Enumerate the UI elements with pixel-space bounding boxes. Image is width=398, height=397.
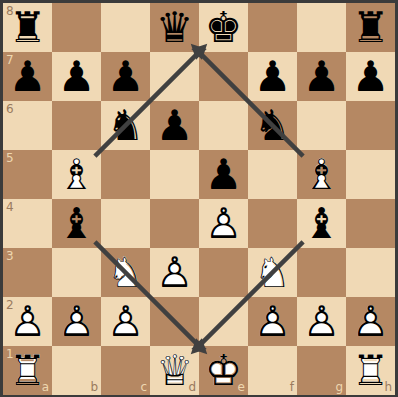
- square-g5[interactable]: ♝♗: [297, 150, 346, 199]
- square-h4[interactable]: [346, 199, 395, 248]
- square-h1[interactable]: ♜♖h: [346, 346, 395, 395]
- piece-white-pawn-a2[interactable]: ♟♙: [3, 297, 52, 346]
- square-a2[interactable]: ♟♙2: [3, 297, 52, 346]
- rank-label-6: 6: [6, 102, 14, 116]
- square-d7[interactable]: [150, 52, 199, 101]
- piece-white-pawn-e4[interactable]: ♟♙: [199, 199, 248, 248]
- square-d5[interactable]: [150, 150, 199, 199]
- piece-black-pawn-f7[interactable]: ♟: [248, 52, 297, 101]
- square-b4[interactable]: ♝: [52, 199, 101, 248]
- square-b5[interactable]: ♝♗: [52, 150, 101, 199]
- square-f6[interactable]: ♞: [248, 101, 297, 150]
- square-c8[interactable]: [101, 3, 150, 52]
- square-e3[interactable]: [199, 248, 248, 297]
- square-h3[interactable]: [346, 248, 395, 297]
- square-b7[interactable]: ♟: [52, 52, 101, 101]
- file-label-g: g: [335, 380, 343, 394]
- square-g8[interactable]: [297, 3, 346, 52]
- square-d2[interactable]: [150, 297, 199, 346]
- piece-black-pawn-c7[interactable]: ♟: [101, 52, 150, 101]
- square-e7[interactable]: [199, 52, 248, 101]
- square-c7[interactable]: ♟: [101, 52, 150, 101]
- square-c4[interactable]: [101, 199, 150, 248]
- piece-white-knight-f3[interactable]: ♞♘: [248, 248, 297, 297]
- piece-black-bishop-b4[interactable]: ♝: [52, 199, 101, 248]
- square-a7[interactable]: ♟7: [3, 52, 52, 101]
- square-f4[interactable]: [248, 199, 297, 248]
- file-label-b: b: [90, 380, 98, 394]
- piece-black-pawn-d6[interactable]: ♟: [150, 101, 199, 150]
- square-b8[interactable]: [52, 3, 101, 52]
- square-d6[interactable]: ♟: [150, 101, 199, 150]
- piece-black-rook-a8[interactable]: ♜: [3, 3, 52, 52]
- square-b1[interactable]: b: [52, 346, 101, 395]
- square-d8[interactable]: ♛: [150, 3, 199, 52]
- piece-white-rook-a1[interactable]: ♜♖: [3, 346, 52, 395]
- square-f1[interactable]: f: [248, 346, 297, 395]
- piece-white-pawn-f2[interactable]: ♟♙: [248, 297, 297, 346]
- square-f8[interactable]: [248, 3, 297, 52]
- piece-white-bishop-g5[interactable]: ♝♗: [297, 150, 346, 199]
- square-a1[interactable]: ♜♖1a: [3, 346, 52, 395]
- piece-white-knight-c3[interactable]: ♞♘: [101, 248, 150, 297]
- piece-white-pawn-c2[interactable]: ♟♙: [101, 297, 150, 346]
- piece-black-rook-h8[interactable]: ♜: [346, 3, 395, 52]
- piece-black-pawn-e5[interactable]: ♟: [199, 150, 248, 199]
- square-h6[interactable]: [346, 101, 395, 150]
- square-a8[interactable]: ♜8: [3, 3, 52, 52]
- square-h8[interactable]: ♜: [346, 3, 395, 52]
- square-e2[interactable]: [199, 297, 248, 346]
- square-c6[interactable]: ♞: [101, 101, 150, 150]
- square-e8[interactable]: ♚: [199, 3, 248, 52]
- square-f7[interactable]: ♟: [248, 52, 297, 101]
- square-g6[interactable]: [297, 101, 346, 150]
- square-g3[interactable]: [297, 248, 346, 297]
- piece-black-pawn-h7[interactable]: ♟: [346, 52, 395, 101]
- piece-white-queen-d1[interactable]: ♛♕: [150, 346, 199, 395]
- square-f5[interactable]: [248, 150, 297, 199]
- square-b3[interactable]: [52, 248, 101, 297]
- square-g7[interactable]: ♟: [297, 52, 346, 101]
- piece-black-pawn-g7[interactable]: ♟: [297, 52, 346, 101]
- square-g4[interactable]: ♝: [297, 199, 346, 248]
- square-e1[interactable]: ♚♔e: [199, 346, 248, 395]
- piece-white-rook-h1[interactable]: ♜♖: [346, 346, 395, 395]
- square-f2[interactable]: ♟♙: [248, 297, 297, 346]
- square-c3[interactable]: ♞♘: [101, 248, 150, 297]
- square-h2[interactable]: ♟♙: [346, 297, 395, 346]
- piece-white-pawn-g2[interactable]: ♟♙: [297, 297, 346, 346]
- square-d4[interactable]: [150, 199, 199, 248]
- piece-black-pawn-b7[interactable]: ♟: [52, 52, 101, 101]
- piece-black-queen-d8[interactable]: ♛: [150, 3, 199, 52]
- rank-label-3: 3: [6, 249, 14, 263]
- file-label-f: f: [290, 380, 294, 394]
- piece-black-pawn-a7[interactable]: ♟: [3, 52, 52, 101]
- file-label-c: c: [140, 380, 147, 394]
- square-d3[interactable]: ♟♙: [150, 248, 199, 297]
- piece-white-pawn-h2[interactable]: ♟♙: [346, 297, 395, 346]
- square-g2[interactable]: ♟♙: [297, 297, 346, 346]
- square-a3[interactable]: 3: [3, 248, 52, 297]
- square-c5[interactable]: [101, 150, 150, 199]
- square-e6[interactable]: [199, 101, 248, 150]
- rank-label-5: 5: [6, 151, 14, 165]
- square-h7[interactable]: ♟: [346, 52, 395, 101]
- square-b6[interactable]: [52, 101, 101, 150]
- piece-black-bishop-g4[interactable]: ♝: [297, 199, 346, 248]
- square-b2[interactable]: ♟♙: [52, 297, 101, 346]
- piece-white-king-e1[interactable]: ♚♔: [199, 346, 248, 395]
- square-g1[interactable]: g: [297, 346, 346, 395]
- square-a5[interactable]: 5: [3, 150, 52, 199]
- piece-black-knight-c6[interactable]: ♞: [101, 101, 150, 150]
- square-f3[interactable]: ♞♘: [248, 248, 297, 297]
- piece-white-pawn-d3[interactable]: ♟♙: [150, 248, 199, 297]
- square-c1[interactable]: c: [101, 346, 150, 395]
- square-e5[interactable]: ♟: [199, 150, 248, 199]
- piece-white-pawn-b2[interactable]: ♟♙: [52, 297, 101, 346]
- square-c2[interactable]: ♟♙: [101, 297, 150, 346]
- piece-black-king-e8[interactable]: ♚: [199, 3, 248, 52]
- square-a6[interactable]: 6: [3, 101, 52, 150]
- square-a4[interactable]: 4: [3, 199, 52, 248]
- piece-black-knight-f6[interactable]: ♞: [248, 101, 297, 150]
- rank-label-4: 4: [6, 200, 14, 214]
- chess-board: ♜8♛♚♜♟7♟♟♟♟♟6♞♟♞5♝♗♟♝♗4♝♟♙♝3♞♘♟♙♞♘♟♙2♟♙♟…: [0, 0, 398, 397]
- piece-white-bishop-b5[interactable]: ♝♗: [52, 150, 101, 199]
- square-d1[interactable]: ♛♕d: [150, 346, 199, 395]
- square-h5[interactable]: [346, 150, 395, 199]
- board-grid: ♜8♛♚♜♟7♟♟♟♟♟6♞♟♞5♝♗♟♝♗4♝♟♙♝3♞♘♟♙♞♘♟♙2♟♙♟…: [3, 3, 395, 395]
- square-e4[interactable]: ♟♙: [199, 199, 248, 248]
